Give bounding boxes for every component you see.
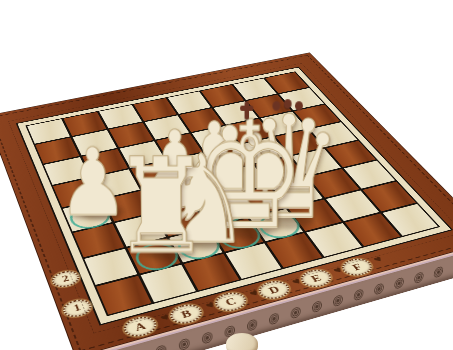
foreground-piece-fragment: [226, 333, 258, 350]
burned-heart-motif: ♥: [371, 255, 385, 264]
board-scene: A♥B♥C♥D♥E♥F♥12 ♜♞♚♛♝♟♟♟: [0, 0, 453, 350]
board-frame: A♥B♥C♥D♥E♥F♥12: [0, 53, 453, 350]
chess-set-photo: A♥B♥C♥D♥E♥F♥12 ♜♞♚♛♝♟♟♟: [0, 0, 453, 350]
chess-board: A♥B♥C♥D♥E♥F♥12 ♜♞♚♛♝♟♟♟: [0, 53, 453, 350]
